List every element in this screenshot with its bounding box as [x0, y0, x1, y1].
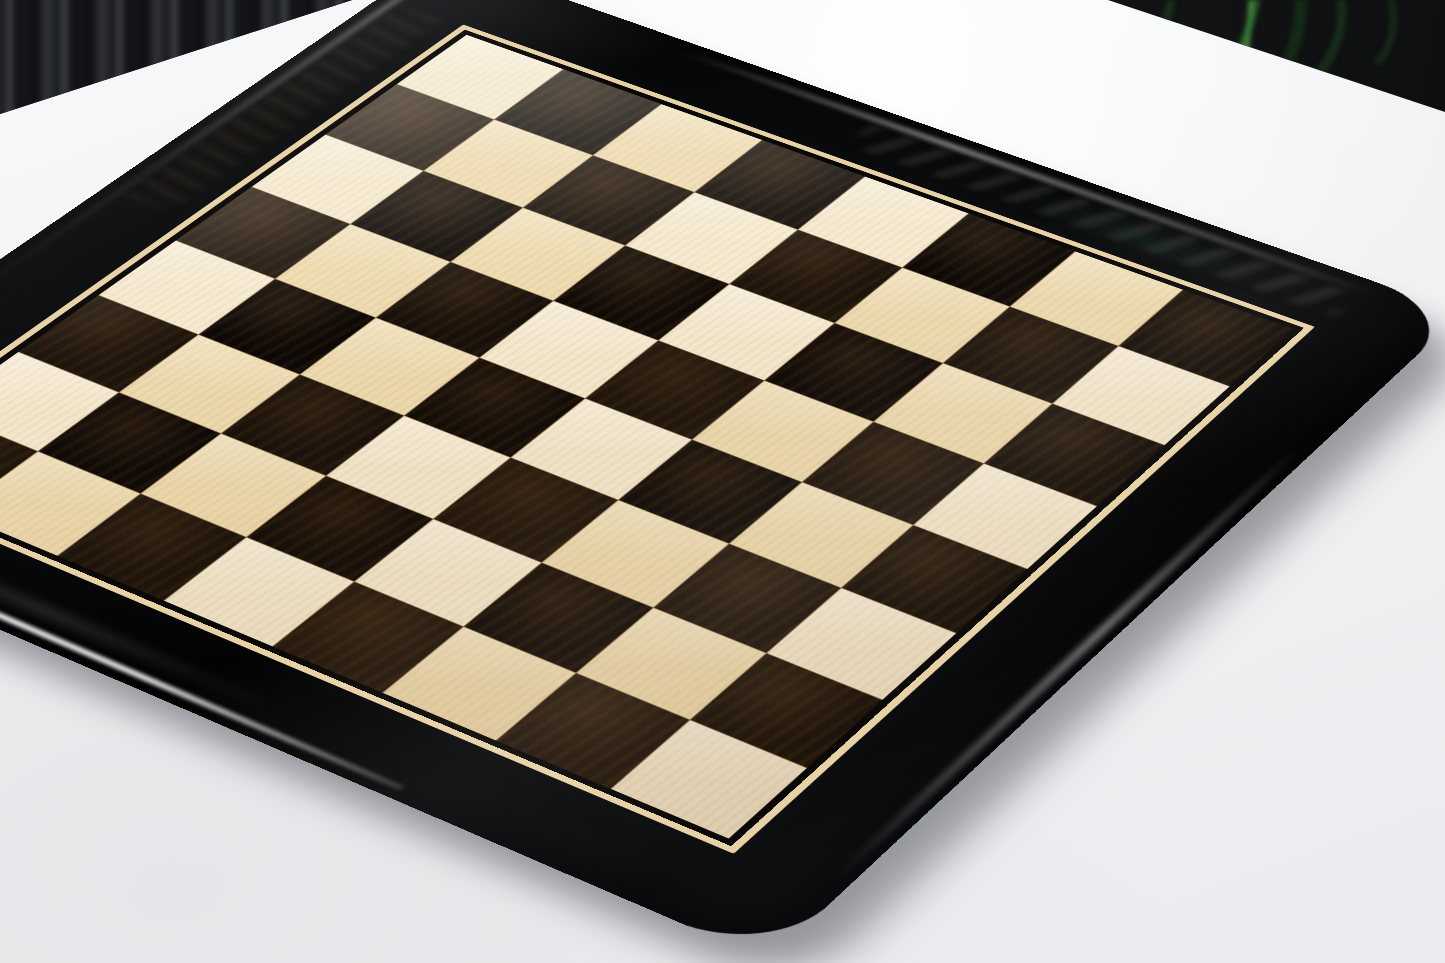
board-perspective-layer — [0, 0, 1445, 963]
photo-scene — [0, 0, 1445, 963]
chessboard — [0, 0, 1445, 961]
